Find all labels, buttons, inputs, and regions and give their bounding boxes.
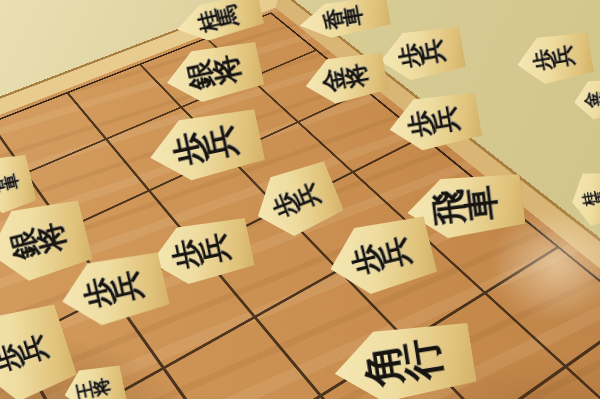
piece-pawn[interactable]: 歩兵	[513, 28, 594, 89]
kanji-glyph: 車	[3, 173, 21, 191]
kanji-glyph: 車	[342, 5, 364, 28]
kanji-glyph: 馬	[594, 190, 600, 205]
shogi-board-photo: 桂馬香車銀将歩兵歩兵金将金将歩兵歩兵香車歩兵飛車桂馬銀将歩兵歩兵歩兵歩兵王将角行	[0, 0, 600, 399]
kanji-glyph: 将	[34, 221, 68, 256]
kanji-glyph: 兵	[202, 123, 239, 162]
kanji-glyph: 行	[400, 337, 445, 384]
kanji-glyph: 馬	[216, 4, 241, 29]
kanji-glyph: 兵	[377, 235, 412, 271]
kanji-glyph: 兵	[292, 181, 322, 212]
kanji-glyph: 将	[92, 377, 112, 397]
kanji-glyph: 兵	[17, 333, 50, 367]
kanji-glyph: 兵	[552, 45, 576, 69]
kanji-glyph: 将	[343, 63, 369, 90]
kanji-glyph: 将	[211, 54, 243, 87]
piece-pawn[interactable]: 歩兵	[376, 22, 466, 86]
kanji-glyph: 車	[463, 185, 499, 223]
kanji-glyph: 兵	[432, 105, 461, 135]
piece-gold[interactable]: 金将	[571, 76, 600, 123]
kanji-glyph: 兵	[419, 38, 446, 66]
kanji-glyph: 兵	[110, 269, 145, 305]
kanji-glyph: 兵	[197, 232, 230, 266]
